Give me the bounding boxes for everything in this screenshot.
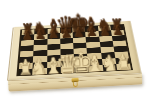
- square-h1: [116, 63, 131, 70]
- brass-clasp: [71, 78, 81, 88]
- square-c1: [47, 67, 61, 74]
- square-b1: [32, 68, 46, 75]
- square-g1: [102, 64, 117, 71]
- square-e1: [74, 66, 88, 73]
- board-play-area: [16, 24, 133, 77]
- square-f1: [88, 65, 103, 72]
- brass-clasp-hook: [73, 81, 78, 87]
- square-d1: [61, 66, 75, 73]
- chess-board: ♜♞♝♛♚♝♞♜♟♟♟♟♟♟♟♟♟♟♟♟♟♟♟♟♜♞♝♛♚♝♞♜: [8, 21, 142, 81]
- square-a1: [18, 68, 32, 75]
- folding-chess-box: ♜♞♝♛♚♝♞♜♟♟♟♟♟♟♟♟♟♟♟♟♟♟♟♟♜♞♝♛♚♝♞♜: [3, 0, 144, 99]
- chess-set-product-photo: ♜♞♝♛♚♝♞♜♟♟♟♟♟♟♟♟♟♟♟♟♟♟♟♟♜♞♝♛♚♝♞♜: [0, 0, 150, 99]
- board-grid: [18, 25, 131, 76]
